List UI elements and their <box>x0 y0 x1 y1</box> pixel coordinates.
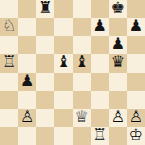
square-g7[interactable] <box>109 18 127 36</box>
square-f4[interactable] <box>91 73 109 91</box>
piece-black-pawn: ♟ <box>93 18 107 34</box>
square-h7[interactable]: ♟ <box>127 18 145 36</box>
square-d4[interactable] <box>54 73 72 91</box>
square-h6[interactable] <box>127 36 145 54</box>
chess-board: ♜♚♘♟♟♟♖♝♝♛♟♙♕♙♙♖♔ <box>0 0 145 145</box>
square-a6[interactable] <box>0 36 18 54</box>
square-g3[interactable] <box>109 91 127 109</box>
piece-black-pawn: ♟ <box>129 18 143 34</box>
square-a4[interactable] <box>0 73 18 91</box>
square-g5[interactable]: ♛ <box>109 54 127 72</box>
square-f5[interactable] <box>91 54 109 72</box>
square-d5[interactable]: ♝ <box>54 54 72 72</box>
square-d1[interactable] <box>54 127 72 145</box>
square-h3[interactable] <box>127 91 145 109</box>
square-e6[interactable] <box>73 36 91 54</box>
square-g4[interactable] <box>109 73 127 91</box>
square-c8[interactable]: ♜ <box>36 0 54 18</box>
square-a8[interactable] <box>0 0 18 18</box>
piece-white-queen: ♕ <box>74 109 88 125</box>
square-c1[interactable] <box>36 127 54 145</box>
square-d8[interactable] <box>54 0 72 18</box>
square-c5[interactable] <box>36 54 54 72</box>
square-g6[interactable]: ♟ <box>109 36 127 54</box>
square-h4[interactable] <box>127 73 145 91</box>
square-f3[interactable] <box>91 91 109 109</box>
square-g1[interactable] <box>109 127 127 145</box>
piece-white-pawn: ♙ <box>20 109 34 125</box>
piece-white-king: ♔ <box>129 127 143 143</box>
square-h1[interactable]: ♔ <box>127 127 145 145</box>
square-d3[interactable] <box>54 91 72 109</box>
square-b2[interactable]: ♙ <box>18 109 36 127</box>
square-b8[interactable] <box>18 0 36 18</box>
chess-board-container: ♜♚♘♟♟♟♖♝♝♛♟♙♕♙♙♖♔ <box>0 0 145 145</box>
square-b6[interactable] <box>18 36 36 54</box>
piece-black-rook: ♜ <box>38 0 52 16</box>
square-e1[interactable] <box>73 127 91 145</box>
square-b4[interactable]: ♟ <box>18 73 36 91</box>
piece-black-bishop: ♝ <box>74 54 88 70</box>
square-h5[interactable] <box>127 54 145 72</box>
square-g2[interactable]: ♙ <box>109 109 127 127</box>
square-f6[interactable] <box>91 36 109 54</box>
square-d2[interactable] <box>54 109 72 127</box>
square-a2[interactable] <box>0 109 18 127</box>
square-a5[interactable]: ♖ <box>0 54 18 72</box>
piece-black-queen: ♛ <box>111 54 125 70</box>
square-c2[interactable] <box>36 109 54 127</box>
square-c4[interactable] <box>36 73 54 91</box>
piece-black-pawn: ♟ <box>111 36 125 52</box>
piece-black-king: ♚ <box>111 0 125 16</box>
piece-black-pawn: ♟ <box>20 73 34 89</box>
square-f2[interactable] <box>91 109 109 127</box>
square-d6[interactable] <box>54 36 72 54</box>
square-f7[interactable]: ♟ <box>91 18 109 36</box>
square-f8[interactable] <box>91 0 109 18</box>
square-b5[interactable] <box>18 54 36 72</box>
square-c6[interactable] <box>36 36 54 54</box>
square-e4[interactable] <box>73 73 91 91</box>
square-f1[interactable]: ♖ <box>91 127 109 145</box>
square-a7[interactable]: ♘ <box>0 18 18 36</box>
square-e7[interactable] <box>73 18 91 36</box>
square-a1[interactable] <box>0 127 18 145</box>
square-e2[interactable]: ♕ <box>73 109 91 127</box>
square-b3[interactable] <box>18 91 36 109</box>
square-c3[interactable] <box>36 91 54 109</box>
square-e5[interactable]: ♝ <box>73 54 91 72</box>
piece-black-bishop: ♝ <box>56 54 70 70</box>
square-c7[interactable] <box>36 18 54 36</box>
square-a3[interactable] <box>0 91 18 109</box>
piece-white-pawn: ♙ <box>129 109 143 125</box>
piece-white-pawn: ♙ <box>111 109 125 125</box>
square-b7[interactable] <box>18 18 36 36</box>
piece-white-rook: ♖ <box>2 54 16 70</box>
square-e8[interactable] <box>73 0 91 18</box>
piece-white-knight: ♘ <box>2 18 16 34</box>
piece-white-rook: ♖ <box>93 127 107 143</box>
square-e3[interactable] <box>73 91 91 109</box>
square-h2[interactable]: ♙ <box>127 109 145 127</box>
square-h8[interactable] <box>127 0 145 18</box>
square-d7[interactable] <box>54 18 72 36</box>
square-g8[interactable]: ♚ <box>109 0 127 18</box>
square-b1[interactable] <box>18 127 36 145</box>
